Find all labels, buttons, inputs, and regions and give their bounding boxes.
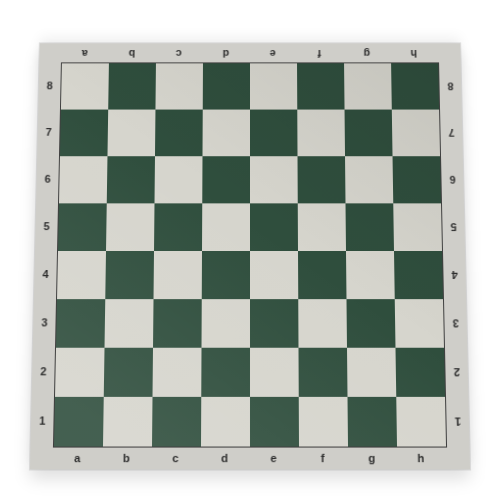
rank-label-5-left: 5 xyxy=(43,221,49,232)
rank-label-1-right: 1 xyxy=(454,415,460,426)
file-label-b-bottom: b xyxy=(123,453,130,464)
board-grid xyxy=(53,62,447,447)
square-e2 xyxy=(250,348,299,397)
square-a2 xyxy=(55,348,105,397)
file-label-e-bottom: e xyxy=(270,453,276,464)
square-f2 xyxy=(298,348,347,397)
square-g3 xyxy=(346,299,395,348)
square-b2 xyxy=(104,348,153,397)
square-c7 xyxy=(155,110,203,157)
square-h8 xyxy=(391,63,439,109)
square-h7 xyxy=(392,110,440,157)
square-a3 xyxy=(56,299,105,348)
square-e8 xyxy=(250,63,297,109)
rank-label-3-left: 3 xyxy=(41,317,47,328)
square-b1 xyxy=(103,397,153,447)
square-e7 xyxy=(250,110,298,157)
square-d5 xyxy=(202,203,250,251)
square-a4 xyxy=(57,251,106,299)
file-label-g-top: g xyxy=(363,48,370,59)
square-f6 xyxy=(298,156,346,203)
chessboard-photo: abcdefgh 87654321 87654321 abcdefgh xyxy=(0,0,500,500)
square-a8 xyxy=(61,63,109,109)
square-h2 xyxy=(395,348,445,397)
square-b6 xyxy=(107,156,155,203)
square-e3 xyxy=(250,299,298,348)
square-d4 xyxy=(202,251,250,299)
rank-label-4-right: 4 xyxy=(451,268,457,279)
file-label-d-bottom: d xyxy=(221,453,228,464)
square-h6 xyxy=(393,156,441,203)
square-f7 xyxy=(297,110,345,157)
square-b7 xyxy=(107,110,155,157)
square-h4 xyxy=(394,251,443,299)
rank-label-2-left: 2 xyxy=(40,366,46,377)
rank-label-6-right: 6 xyxy=(449,173,455,184)
square-d1 xyxy=(201,397,250,447)
file-label-g-bottom: g xyxy=(368,453,375,464)
square-b3 xyxy=(105,299,154,348)
square-a6 xyxy=(59,156,107,203)
square-c6 xyxy=(154,156,202,203)
square-d8 xyxy=(203,63,250,109)
square-a1 xyxy=(54,397,104,447)
square-c8 xyxy=(155,63,203,109)
square-d2 xyxy=(201,348,250,397)
rank-label-5-right: 5 xyxy=(450,221,456,232)
square-g2 xyxy=(347,348,396,397)
square-h3 xyxy=(395,299,444,348)
square-g8 xyxy=(344,63,392,109)
file-labels-bottom: abcdefgh xyxy=(52,448,447,470)
square-b4 xyxy=(105,251,154,299)
square-g6 xyxy=(345,156,393,203)
rank-label-1-left: 1 xyxy=(39,415,45,426)
square-e1 xyxy=(250,397,299,447)
square-a5 xyxy=(58,203,107,251)
rank-label-8-left: 8 xyxy=(47,80,53,91)
file-label-h-bottom: h xyxy=(417,453,424,464)
file-label-h-top: h xyxy=(410,48,417,59)
square-c5 xyxy=(154,203,202,251)
file-label-c-top: c xyxy=(176,48,182,59)
square-d6 xyxy=(202,156,250,203)
file-label-f-bottom: f xyxy=(321,453,325,464)
square-e5 xyxy=(250,203,298,251)
square-h1 xyxy=(396,397,446,447)
rank-label-3-right: 3 xyxy=(452,317,458,328)
file-label-e-top: e xyxy=(270,48,276,59)
square-h5 xyxy=(393,203,442,251)
square-e4 xyxy=(250,251,298,299)
rank-label-8-right: 8 xyxy=(447,80,453,91)
file-label-a-top: a xyxy=(82,48,88,59)
square-f3 xyxy=(298,299,347,348)
file-label-a-bottom: a xyxy=(74,453,80,464)
square-a7 xyxy=(60,110,108,157)
file-label-d-top: d xyxy=(222,48,229,59)
square-e6 xyxy=(250,156,298,203)
square-d3 xyxy=(202,299,250,348)
square-f8 xyxy=(297,63,345,109)
square-b5 xyxy=(106,203,154,251)
square-g5 xyxy=(346,203,394,251)
chess-board: abcdefgh 87654321 87654321 abcdefgh xyxy=(30,43,470,469)
rank-label-6-left: 6 xyxy=(44,173,50,184)
square-c2 xyxy=(152,348,201,397)
square-f1 xyxy=(299,397,348,447)
square-g1 xyxy=(348,397,398,447)
square-g7 xyxy=(345,110,393,157)
square-c3 xyxy=(153,299,202,348)
square-g4 xyxy=(346,251,395,299)
rank-label-7-right: 7 xyxy=(448,127,454,138)
square-f5 xyxy=(298,203,346,251)
square-c1 xyxy=(152,397,201,447)
file-label-b-top: b xyxy=(128,48,135,59)
rank-label-4-left: 4 xyxy=(42,268,48,279)
square-b8 xyxy=(108,63,156,109)
file-label-f-top: f xyxy=(318,48,322,59)
square-f4 xyxy=(298,251,346,299)
rank-label-7-left: 7 xyxy=(45,127,51,138)
rank-label-2-right: 2 xyxy=(453,366,459,377)
file-labels-top: abcdefgh xyxy=(61,43,439,62)
square-c4 xyxy=(154,251,202,299)
square-d7 xyxy=(202,110,250,157)
file-label-c-bottom: c xyxy=(172,453,178,464)
